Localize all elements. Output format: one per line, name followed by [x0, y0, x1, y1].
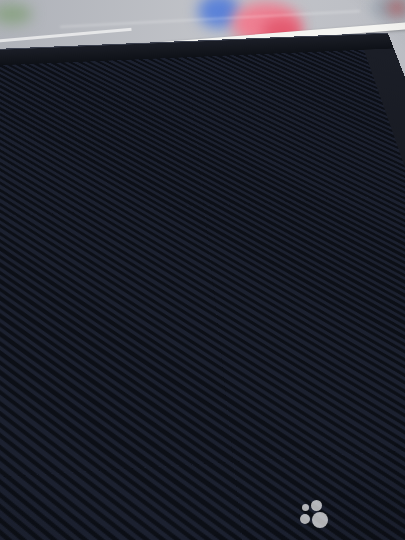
- avito-logo-icon: [296, 498, 328, 530]
- watermark: [296, 498, 330, 530]
- chess-board: [0, 33, 405, 540]
- bg-blob-green: [0, 4, 32, 24]
- bg-blob-red: [388, 2, 405, 14]
- product-photo-chess-set: [0, 0, 405, 540]
- board-grid: [0, 50, 405, 540]
